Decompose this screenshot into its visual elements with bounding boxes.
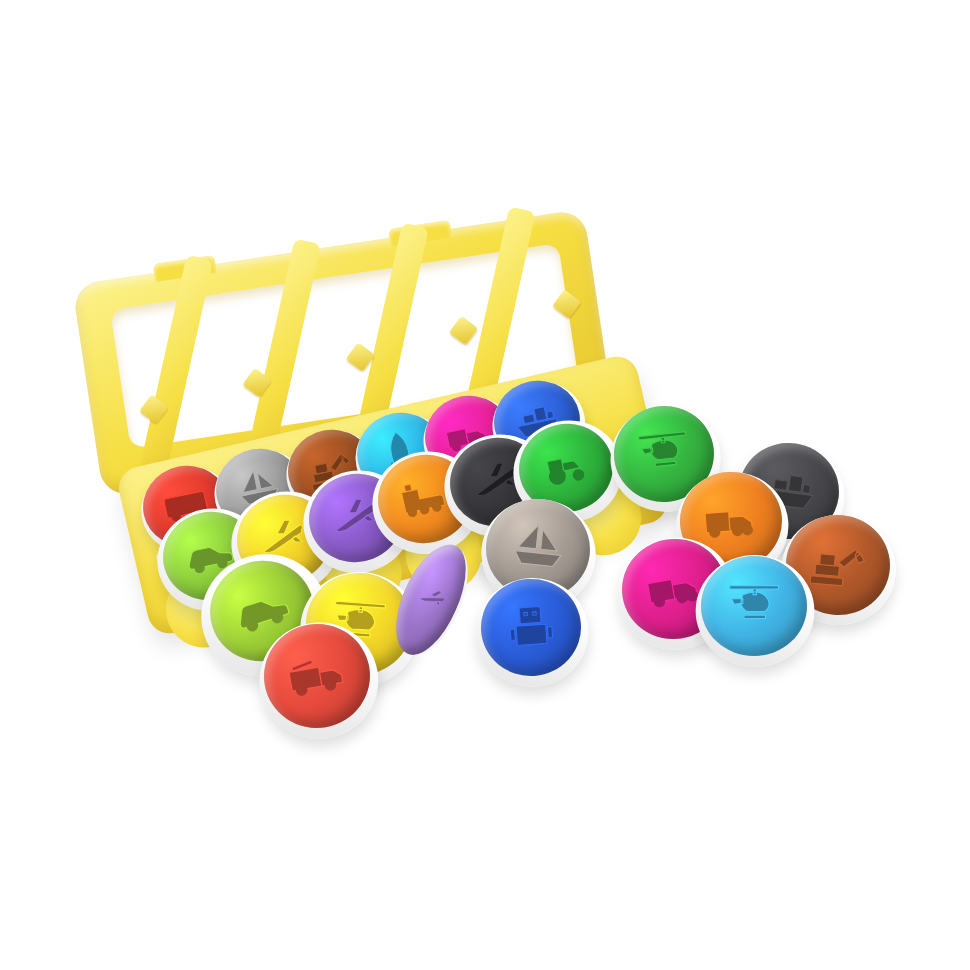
- egg-lightblue-helicopter: [701, 556, 807, 656]
- robot-icon: [493, 592, 569, 663]
- helicopter-icon: [716, 572, 792, 640]
- firetruck-icon: [273, 635, 360, 718]
- egg-blue-robot: [478, 575, 585, 679]
- egg-red-firetruck: [256, 616, 378, 737]
- product-photo-matching-eggs: { "game": "color-shape-matching-eggs-toy…: [0, 0, 970, 970]
